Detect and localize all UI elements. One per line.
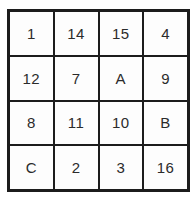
cell-r4c2: 2 xyxy=(54,145,99,190)
magic-square-grid: 1 14 15 4 12 7 A 9 8 11 10 B C 2 3 16 xyxy=(7,9,190,192)
cell-r3c4: B xyxy=(143,101,188,146)
cell-r1c2: 14 xyxy=(54,11,99,56)
cell-r2c3: A xyxy=(99,56,144,101)
cell-r3c3: 10 xyxy=(99,101,144,146)
puzzle-page: 1 14 15 4 12 7 A 9 8 11 10 B C 2 3 16 xyxy=(0,0,196,198)
cell-r2c2: 7 xyxy=(54,56,99,101)
cell-r1c1: 1 xyxy=(9,11,54,56)
cell-r2c1: 12 xyxy=(9,56,54,101)
cell-r4c4: 16 xyxy=(143,145,188,190)
cell-r2c4: 9 xyxy=(143,56,188,101)
cell-r1c4: 4 xyxy=(143,11,188,56)
cell-r3c2: 11 xyxy=(54,101,99,146)
cell-r1c3: 15 xyxy=(99,11,144,56)
cell-r4c1: C xyxy=(9,145,54,190)
cell-r3c1: 8 xyxy=(9,101,54,146)
cell-r4c3: 3 xyxy=(99,145,144,190)
